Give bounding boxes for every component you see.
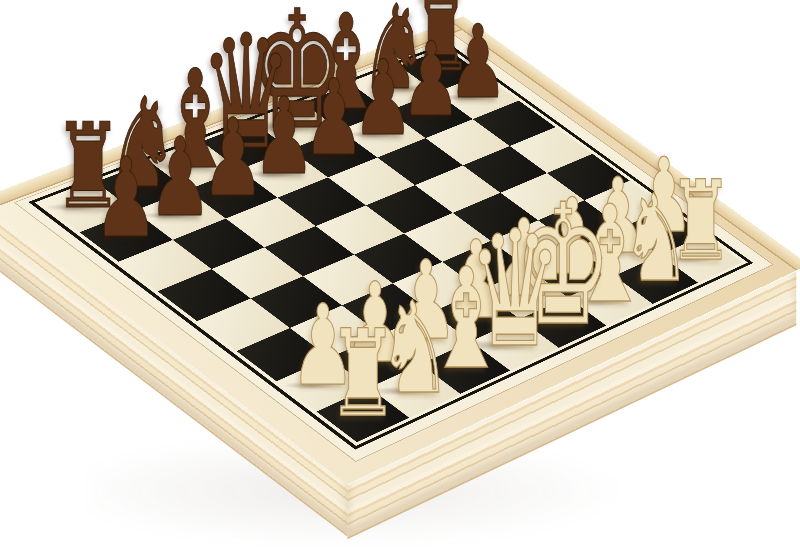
pieces-layer: ♜♞♝♛♚♝♞♜♟♟♟♟♟♟♟♟♟♟♟♟♟♟♟♟♜♞♝♛♚♝♞♜	[0, 0, 800, 548]
chess-set-photo: ♜♞♝♛♚♝♞♜♟♟♟♟♟♟♟♟♟♟♟♟♟♟♟♟♜♞♝♛♚♝♞♜	[0, 0, 800, 548]
piece-white-rook-a1[interactable]: ♜	[328, 314, 399, 434]
piece-black-pawn-a7[interactable]: ♟	[94, 144, 159, 254]
